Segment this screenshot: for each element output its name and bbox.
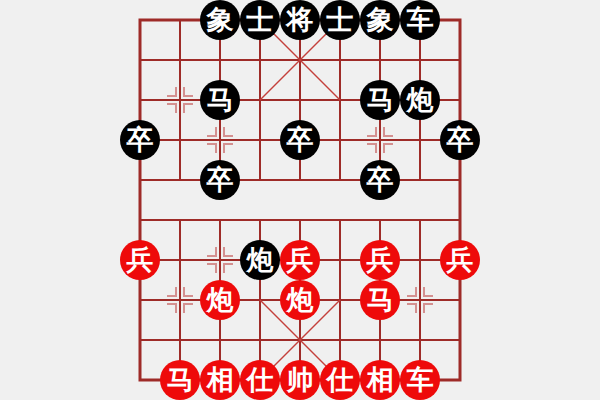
piece-red-king[interactable]: 帅 bbox=[280, 360, 320, 400]
piece-red-advisor[interactable]: 仕 bbox=[240, 360, 280, 400]
piece-red-soldier[interactable]: 兵 bbox=[120, 240, 160, 280]
piece-black-cannon[interactable]: 炮 bbox=[400, 80, 440, 120]
piece-black-king[interactable]: 将 bbox=[280, 0, 320, 40]
piece-red-horse[interactable]: 马 bbox=[160, 360, 200, 400]
piece-red-horse[interactable]: 马 bbox=[360, 280, 400, 320]
piece-red-elephant[interactable]: 相 bbox=[360, 360, 400, 400]
piece-red-elephant[interactable]: 相 bbox=[200, 360, 240, 400]
piece-red-cannon[interactable]: 炮 bbox=[280, 280, 320, 320]
piece-black-horse[interactable]: 马 bbox=[200, 80, 240, 120]
piece-red-soldier[interactable]: 兵 bbox=[440, 240, 480, 280]
piece-black-advisor[interactable]: 士 bbox=[240, 0, 280, 40]
piece-red-chariot[interactable]: 车 bbox=[400, 360, 440, 400]
piece-red-soldier[interactable]: 兵 bbox=[360, 240, 400, 280]
piece-black-soldier[interactable]: 卒 bbox=[280, 120, 320, 160]
piece-black-chariot[interactable]: 车 bbox=[400, 0, 440, 40]
piece-red-cannon[interactable]: 炮 bbox=[200, 280, 240, 320]
piece-black-elephant[interactable]: 象 bbox=[360, 0, 400, 40]
piece-black-elephant[interactable]: 象 bbox=[200, 0, 240, 40]
piece-red-advisor[interactable]: 仕 bbox=[320, 360, 360, 400]
piece-black-soldier[interactable]: 卒 bbox=[120, 120, 160, 160]
piece-black-horse[interactable]: 马 bbox=[360, 80, 400, 120]
xiangqi-board: 象士将士象车马马炮卒卒卒卒卒炮兵兵兵兵炮炮马马相仕帅仕相车 bbox=[0, 0, 600, 400]
piece-black-advisor[interactable]: 士 bbox=[320, 0, 360, 40]
piece-red-soldier[interactable]: 兵 bbox=[280, 240, 320, 280]
piece-black-soldier[interactable]: 卒 bbox=[200, 160, 240, 200]
piece-black-soldier[interactable]: 卒 bbox=[440, 120, 480, 160]
piece-grid: 象士将士象车马马炮卒卒卒卒卒炮兵兵兵兵炮炮马马相仕帅仕相车 bbox=[120, 0, 480, 400]
piece-black-soldier[interactable]: 卒 bbox=[360, 160, 400, 200]
piece-black-cannon[interactable]: 炮 bbox=[240, 240, 280, 280]
